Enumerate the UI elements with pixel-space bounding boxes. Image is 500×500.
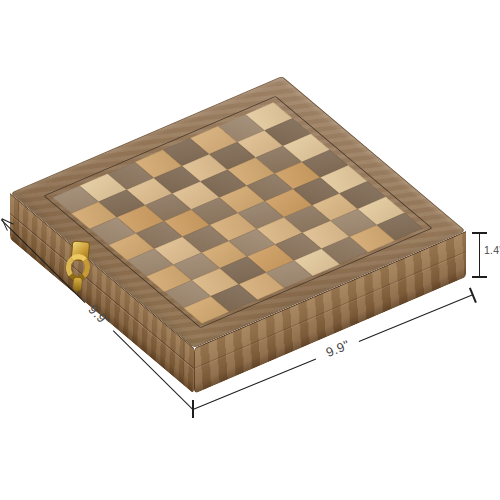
box-top [10,76,466,348]
latch-tongue [73,278,82,292]
end-tick [469,287,477,303]
product-photo: 9.9" 9.9" 1.4" [0,0,500,500]
side-joint-seam [184,340,185,386]
height-label: 1.4" [484,244,500,256]
height-cap-bottom [472,276,487,277]
height-cap-top [472,232,487,233]
width-label: 9.9" [324,338,352,360]
brass-latch [60,240,98,295]
dimension-line-height [479,233,480,277]
side-joint-seam [18,201,19,247]
